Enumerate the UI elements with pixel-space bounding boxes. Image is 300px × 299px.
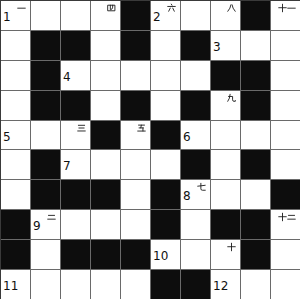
cell-r2c9[interactable] (241, 31, 270, 60)
cell-r8c8-black (211, 210, 240, 239)
cell-r10c4[interactable] (91, 270, 120, 299)
cell-r8c7[interactable] (181, 210, 210, 239)
cell-r8c1-black (1, 210, 30, 239)
down-number-cjk (137, 123, 146, 133)
cell-r10c10[interactable] (271, 270, 300, 299)
down-number-cjk (107, 3, 116, 13)
cell-r7c2-black (31, 180, 60, 209)
cell-r4c9-black (241, 91, 270, 120)
across-number: 8 (183, 190, 191, 202)
cell-r5c9[interactable] (241, 121, 270, 150)
cell-r5c1[interactable]: 5 (1, 121, 30, 150)
across-number: 3 (213, 41, 221, 53)
cell-r4c5-black (121, 91, 150, 120)
cell-r5c4-black (91, 121, 120, 150)
cell-r9c10[interactable] (271, 240, 300, 269)
cell-r1c7[interactable] (181, 1, 210, 30)
across-number: 11 (3, 280, 18, 292)
across-number: 1 (3, 11, 11, 23)
cell-r2c2-black (31, 31, 60, 60)
cell-r4c7-black (181, 91, 210, 120)
cell-r7c7[interactable]: 8 (181, 180, 210, 209)
cell-r5c2[interactable] (31, 121, 60, 150)
cell-r9c8[interactable] (211, 240, 240, 269)
cell-r8c5[interactable] (121, 210, 150, 239)
cell-r10c9[interactable] (241, 270, 270, 299)
cell-r6c3[interactable]: 7 (61, 150, 90, 179)
cell-r5c6-black (151, 121, 180, 150)
cell-r6c6[interactable] (151, 150, 180, 179)
cell-r3c3[interactable]: 4 (61, 61, 90, 90)
cell-r9c4-black (91, 240, 120, 269)
cell-r4c1[interactable] (1, 91, 30, 120)
cell-r6c10[interactable] (271, 150, 300, 179)
cell-r3c5[interactable] (121, 61, 150, 90)
cell-r1c9-black (241, 1, 270, 30)
cell-r7c5[interactable] (121, 180, 150, 209)
cell-r1c3[interactable] (61, 1, 90, 30)
cell-r4c3-black (61, 91, 90, 120)
cell-r2c6[interactable] (151, 31, 180, 60)
down-number-cjk (227, 93, 236, 103)
cell-r3c9-black (241, 61, 270, 90)
cell-r4c6[interactable] (151, 91, 180, 120)
down-number-cjk (278, 3, 296, 13)
down-number-cjk (227, 242, 236, 252)
cell-r2c10[interactable] (271, 31, 300, 60)
cell-r6c9-black (241, 150, 270, 179)
across-number: 4 (63, 71, 71, 83)
cell-r8c2[interactable]: 9 (31, 210, 60, 239)
down-number-cjk (227, 3, 236, 13)
cell-r3c8-black (211, 61, 240, 90)
cell-r7c8[interactable] (211, 180, 240, 209)
cell-r2c4[interactable] (91, 31, 120, 60)
cell-r10c3[interactable] (61, 270, 90, 299)
cell-r6c7-black (181, 150, 210, 179)
cell-r8c10[interactable] (271, 210, 300, 239)
cell-r8c4[interactable] (91, 210, 120, 239)
cell-r5c3[interactable] (61, 121, 90, 150)
cell-r7c6-black (151, 180, 180, 209)
cell-r1c6[interactable]: 2 (151, 1, 180, 30)
cell-r3c4[interactable] (91, 61, 120, 90)
cell-r8c3[interactable] (61, 210, 90, 239)
cell-r5c5[interactable] (121, 121, 150, 150)
cell-r9c7[interactable] (181, 240, 210, 269)
down-number-cjk (278, 212, 296, 222)
cell-r6c8[interactable] (211, 150, 240, 179)
cell-r7c4-black (91, 180, 120, 209)
across-number: 10 (153, 250, 168, 262)
cell-r6c1[interactable] (1, 150, 30, 179)
cell-r9c1-black (1, 240, 30, 269)
cell-r10c5[interactable] (121, 270, 150, 299)
cell-r9c9-black (241, 240, 270, 269)
cell-r2c3-black (61, 31, 90, 60)
across-number: 7 (63, 160, 71, 172)
cell-r5c7[interactable]: 6 (181, 121, 210, 150)
down-number-cjk (17, 3, 26, 13)
cell-r1c2[interactable] (31, 1, 60, 30)
cell-r8c9-black (241, 210, 270, 239)
cell-r9c3-black (61, 240, 90, 269)
cell-r2c8[interactable]: 3 (211, 31, 240, 60)
cell-r5c10[interactable] (271, 121, 300, 150)
across-number: 6 (183, 131, 191, 143)
across-number: 5 (3, 131, 11, 143)
cell-r4c2-black (31, 91, 60, 120)
cell-r3c1[interactable] (1, 61, 30, 90)
cell-r3c6[interactable] (151, 61, 180, 90)
cell-r3c2-black (31, 61, 60, 90)
cell-r6c5[interactable] (121, 150, 150, 179)
cell-r7c1[interactable] (1, 180, 30, 209)
cell-r2c7-black (181, 31, 210, 60)
cell-r3c10[interactable] (271, 61, 300, 90)
cell-r2c1[interactable] (1, 31, 30, 60)
down-number-cjk (77, 123, 86, 133)
down-number-cjk (167, 3, 176, 13)
cell-r1c8[interactable] (211, 1, 240, 30)
cell-r4c8[interactable] (211, 91, 240, 120)
across-number: 9 (33, 220, 41, 232)
cell-r10c7-black (181, 270, 210, 299)
cell-r10c1[interactable]: 11 (1, 270, 30, 299)
cell-r1c10[interactable] (271, 1, 300, 30)
cell-r10c8[interactable]: 12 (211, 270, 240, 299)
cell-r10c2[interactable] (31, 270, 60, 299)
cell-r4c4[interactable] (91, 91, 120, 120)
cell-r1c1[interactable]: 1 (1, 1, 30, 30)
crossword-grid: 123456789101112 (0, 0, 300, 299)
cell-r6c4[interactable] (91, 150, 120, 179)
cell-r10c6-black (151, 270, 180, 299)
across-number: 2 (153, 11, 161, 23)
across-number: 12 (213, 280, 228, 292)
down-number-cjk (197, 182, 206, 192)
cell-r7c9[interactable] (241, 180, 270, 209)
cell-r8c6-black (151, 210, 180, 239)
cell-r7c3-black (61, 180, 90, 209)
cell-r9c6[interactable]: 10 (151, 240, 180, 269)
cell-r6c2-black (31, 150, 60, 179)
cell-r2c5-black (121, 31, 150, 60)
cell-r1c4[interactable] (91, 1, 120, 30)
cell-r9c2[interactable] (31, 240, 60, 269)
cell-r4c10[interactable] (271, 91, 300, 120)
cell-r5c8[interactable] (211, 121, 240, 150)
cell-r7c10-black (271, 180, 300, 209)
cell-r3c7[interactable] (181, 61, 210, 90)
cell-r1c5-black (121, 1, 150, 30)
cell-r9c5-black (121, 240, 150, 269)
down-number-cjk (47, 212, 56, 222)
